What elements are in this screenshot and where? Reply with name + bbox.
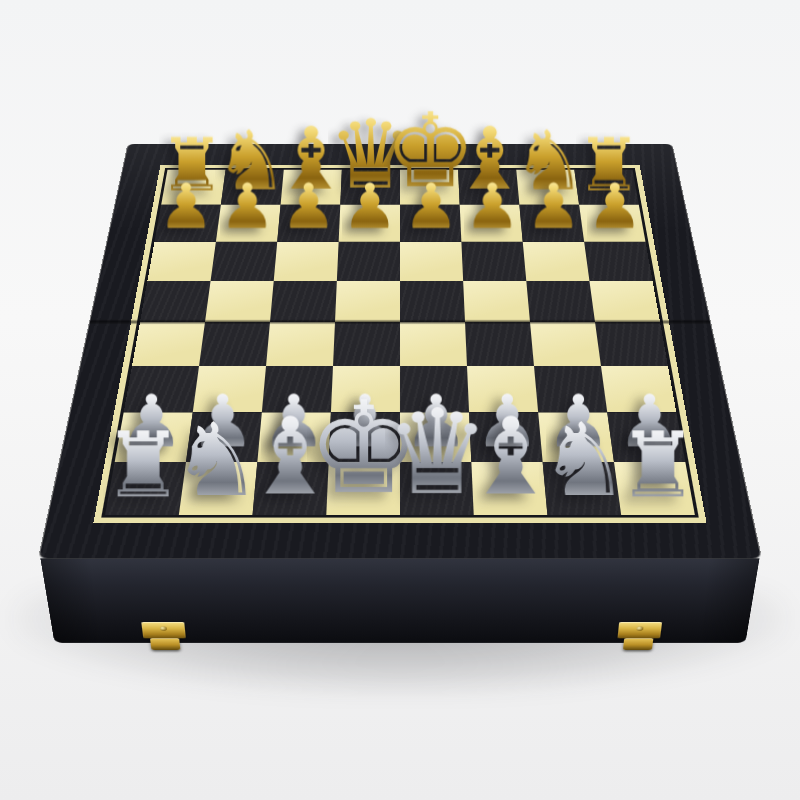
board-playing-area: ♜♞♝♛♚♝♞♜♟♟♟♟♟♟♟♟♟♟♟♟♟♟♟♟♜♞♝♚♛♝♞♜ — [93, 165, 706, 523]
square-d7[interactable]: ♟ — [339, 205, 400, 242]
square-d4[interactable] — [333, 322, 400, 366]
square-h6[interactable] — [584, 242, 652, 281]
square-a4[interactable] — [132, 322, 205, 366]
square-e4[interactable] — [400, 322, 467, 366]
square-g5[interactable] — [526, 281, 595, 322]
square-c5[interactable] — [270, 281, 337, 322]
square-b6[interactable] — [211, 242, 278, 281]
square-f5[interactable] — [463, 281, 530, 322]
box-front-face — [40, 558, 760, 643]
gold-pawn-c7[interactable]: ♟ — [280, 177, 336, 239]
square-e6[interactable] — [400, 242, 463, 281]
square-c6[interactable] — [274, 242, 339, 281]
right-latch — [616, 622, 662, 652]
square-e7[interactable]: ♟ — [400, 205, 461, 242]
square-h5[interactable] — [589, 281, 660, 322]
chess-box: ♜♞♝♛♚♝♞♜♟♟♟♟♟♟♟♟♟♟♟♟♟♟♟♟♜♞♝♚♛♝♞♜ — [39, 144, 761, 558]
photo-scene: ♜♞♝♛♚♝♞♜♟♟♟♟♟♟♟♟♟♟♟♟♟♟♟♟♜♞♝♚♛♝♞♜ — [0, 0, 800, 800]
square-c7[interactable]: ♟ — [277, 205, 340, 242]
square-f1[interactable]: ♝ — [471, 462, 547, 515]
square-b7[interactable]: ♟ — [216, 205, 281, 242]
right-latch-screw — [636, 626, 643, 630]
gold-pawn-f7[interactable]: ♟ — [464, 177, 520, 239]
square-e5[interactable] — [400, 281, 465, 322]
square-h7[interactable]: ♟ — [579, 205, 645, 242]
left-latch — [142, 622, 188, 652]
square-b5[interactable] — [205, 281, 274, 322]
chess-board: ♜♞♝♛♚♝♞♜♟♟♟♟♟♟♟♟♟♟♟♟♟♟♟♟♜♞♝♚♛♝♞♜ — [105, 170, 695, 515]
square-d5[interactable] — [335, 281, 400, 322]
square-g7[interactable]: ♟ — [519, 205, 584, 242]
square-g1[interactable]: ♞ — [543, 462, 622, 515]
left-latch-hook — [150, 638, 180, 650]
square-a5[interactable] — [140, 281, 211, 322]
square-a7[interactable]: ♟ — [155, 205, 221, 242]
square-a6[interactable] — [147, 242, 215, 281]
gold-pawn-d7[interactable]: ♟ — [342, 177, 398, 239]
square-f6[interactable] — [461, 242, 526, 281]
gold-pawn-b7[interactable]: ♟ — [219, 177, 275, 239]
square-g4[interactable] — [530, 322, 601, 366]
square-f4[interactable] — [465, 322, 534, 366]
square-d6[interactable] — [337, 242, 400, 281]
square-h1[interactable]: ♜ — [614, 462, 695, 515]
square-c4[interactable] — [266, 322, 335, 366]
square-h4[interactable] — [595, 322, 668, 366]
square-b4[interactable] — [199, 322, 270, 366]
right-latch-hook — [623, 638, 653, 650]
gold-pawn-a7[interactable]: ♟ — [158, 177, 214, 239]
square-g6[interactable] — [523, 242, 590, 281]
silver-knight-g1[interactable]: ♞ — [538, 409, 629, 511]
silver-rook-h1[interactable]: ♜ — [617, 420, 698, 511]
box-top-wood-rim: ♜♞♝♛♚♝♞♜♟♟♟♟♟♟♟♟♟♟♟♟♟♟♟♟♜♞♝♚♛♝♞♜ — [39, 144, 761, 558]
gold-pawn-g7[interactable]: ♟ — [525, 177, 581, 239]
square-f7[interactable]: ♟ — [460, 205, 523, 242]
gold-pawn-h7[interactable]: ♟ — [586, 177, 642, 239]
gold-pawn-e7[interactable]: ♟ — [403, 177, 459, 239]
